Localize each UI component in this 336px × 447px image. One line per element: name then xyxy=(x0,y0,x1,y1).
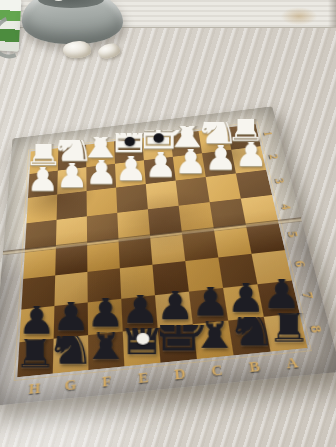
chess-board: ♜♞♝♛♚♝♞♜♟♟♟♟♟♟♟♟♟♟♟♟♟♟♟♟♜♞♝♛♚♝♞♜ HGFEDCB… xyxy=(0,106,336,406)
white-piece-fragment xyxy=(97,42,121,60)
piece-white-pawn-a2: ♟ xyxy=(236,142,266,173)
desk-organizer xyxy=(22,0,123,44)
piece-white-pawn-f2: ♟ xyxy=(86,160,116,191)
piece-white-pawn-d2: ♟ xyxy=(146,152,176,183)
piece-white-pawn-h2: ♟ xyxy=(28,167,58,198)
wall-corner-shadow xyxy=(328,0,336,27)
piece-white-pawn-c2: ♟ xyxy=(175,149,205,180)
piece-white-pawn-e2: ♟ xyxy=(116,156,146,187)
organizer-opening xyxy=(38,0,104,8)
piece-white-pawn-b2: ♟ xyxy=(206,145,236,176)
piece-black-rook-a8: ♜ xyxy=(270,313,307,351)
piece-white-pawn-g2: ♟ xyxy=(57,163,87,194)
photo-scene: { "game": "chess", "scene": { "descripti… xyxy=(0,0,336,447)
chess-board-wrap: ♜♞♝♛♚♝♞♜♟♟♟♟♟♟♟♟♟♟♟♟♟♟♟♟♜♞♝♛♚♝♞♜ HGFEDCB… xyxy=(0,106,336,406)
white-piece-fragment xyxy=(63,41,91,58)
piece-black-knight-b8: ♞ xyxy=(233,317,270,355)
